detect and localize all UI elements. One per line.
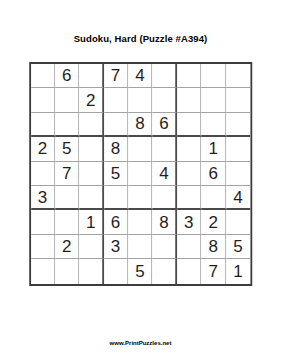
cell-r9c4[interactable] — [104, 259, 128, 283]
cell-r7c8[interactable]: 2 — [201, 210, 225, 234]
cell-r8c8[interactable]: 8 — [201, 235, 225, 259]
footer-site-url: www.PrintPuzzles.net — [0, 340, 281, 346]
cell-r6c9[interactable]: 4 — [226, 186, 250, 210]
cell-r8c9[interactable]: 5 — [226, 235, 250, 259]
cell-r6c2[interactable] — [55, 186, 79, 210]
cell-r5c1[interactable] — [31, 162, 55, 186]
cell-r7c1[interactable] — [31, 210, 55, 234]
cell-r1c6[interactable] — [153, 64, 177, 88]
cell-r1c1[interactable] — [31, 64, 55, 88]
cell-r1c7[interactable] — [177, 64, 201, 88]
cell-r2c2[interactable] — [55, 88, 79, 112]
cell-r9c8[interactable]: 7 — [201, 259, 225, 283]
cell-r4c3[interactable] — [80, 137, 104, 161]
cell-r9c2[interactable] — [55, 259, 79, 283]
cell-r5c6[interactable]: 4 — [153, 162, 177, 186]
cell-r7c9[interactable] — [226, 210, 250, 234]
cell-r7c5[interactable] — [128, 210, 152, 234]
page-title: Sudoku, Hard (Puzzle #A394) — [0, 33, 281, 44]
cell-r3c9[interactable] — [226, 113, 250, 137]
cell-r2c1[interactable] — [31, 88, 55, 112]
cell-r4c2[interactable]: 5 — [55, 137, 79, 161]
cell-r5c5[interactable] — [128, 162, 152, 186]
cell-r8c5[interactable] — [128, 235, 152, 259]
cell-r2c9[interactable] — [226, 88, 250, 112]
cell-r3c1[interactable] — [31, 113, 55, 137]
cell-r6c5[interactable] — [128, 186, 152, 210]
cell-r7c6[interactable]: 8 — [153, 210, 177, 234]
cell-r8c1[interactable] — [31, 235, 55, 259]
cell-r4c7[interactable] — [177, 137, 201, 161]
cell-r1c9[interactable] — [226, 64, 250, 88]
cell-r6c7[interactable] — [177, 186, 201, 210]
cell-r1c5[interactable]: 4 — [128, 64, 152, 88]
cell-r8c4[interactable]: 3 — [104, 235, 128, 259]
cell-r2c7[interactable] — [177, 88, 201, 112]
cell-r3c3[interactable] — [80, 113, 104, 137]
cell-r2c4[interactable] — [104, 88, 128, 112]
cell-r5c7[interactable] — [177, 162, 201, 186]
cell-r7c4[interactable]: 6 — [104, 210, 128, 234]
cell-r3c5[interactable]: 8 — [128, 113, 152, 137]
cell-r4c5[interactable] — [128, 137, 152, 161]
cell-r9c9[interactable]: 1 — [226, 259, 250, 283]
cell-r2c5[interactable] — [128, 88, 152, 112]
cell-r5c4[interactable]: 5 — [104, 162, 128, 186]
cell-r5c2[interactable]: 7 — [55, 162, 79, 186]
cell-r3c7[interactable] — [177, 113, 201, 137]
cell-r7c3[interactable]: 1 — [80, 210, 104, 234]
cell-r3c6[interactable]: 6 — [153, 113, 177, 137]
sudoku-board: 6742862581754634168322385571 — [29, 62, 253, 286]
cell-r1c3[interactable] — [80, 64, 104, 88]
cell-r3c2[interactable] — [55, 113, 79, 137]
cell-r4c1[interactable]: 2 — [31, 137, 55, 161]
cell-r4c6[interactable] — [153, 137, 177, 161]
cell-r1c8[interactable] — [201, 64, 225, 88]
cell-r9c3[interactable] — [80, 259, 104, 283]
cell-r6c4[interactable] — [104, 186, 128, 210]
cell-r5c8[interactable]: 6 — [201, 162, 225, 186]
cell-r5c9[interactable] — [226, 162, 250, 186]
cell-r5c3[interactable] — [80, 162, 104, 186]
cell-r1c4[interactable]: 7 — [104, 64, 128, 88]
cell-r4c4[interactable]: 8 — [104, 137, 128, 161]
cell-r1c2[interactable]: 6 — [55, 64, 79, 88]
cell-r9c1[interactable] — [31, 259, 55, 283]
cell-r2c6[interactable] — [153, 88, 177, 112]
cell-r7c2[interactable] — [55, 210, 79, 234]
cell-r8c7[interactable] — [177, 235, 201, 259]
cell-r8c6[interactable] — [153, 235, 177, 259]
cell-r6c6[interactable] — [153, 186, 177, 210]
cell-r3c4[interactable] — [104, 113, 128, 137]
cell-r6c8[interactable] — [201, 186, 225, 210]
cell-r7c7[interactable]: 3 — [177, 210, 201, 234]
cell-r2c3[interactable]: 2 — [80, 88, 104, 112]
cell-r9c6[interactable] — [153, 259, 177, 283]
cell-r6c1[interactable]: 3 — [31, 186, 55, 210]
cell-r4c9[interactable] — [226, 137, 250, 161]
cell-r2c8[interactable] — [201, 88, 225, 112]
cell-r4c8[interactable]: 1 — [201, 137, 225, 161]
cell-r3c8[interactable] — [201, 113, 225, 137]
cell-r9c5[interactable]: 5 — [128, 259, 152, 283]
cell-r9c7[interactable] — [177, 259, 201, 283]
cell-r8c3[interactable] — [80, 235, 104, 259]
cell-r8c2[interactable]: 2 — [55, 235, 79, 259]
cell-r6c3[interactable] — [80, 186, 104, 210]
sudoku-page: Sudoku, Hard (Puzzle #A394) 674286258175… — [0, 0, 281, 363]
